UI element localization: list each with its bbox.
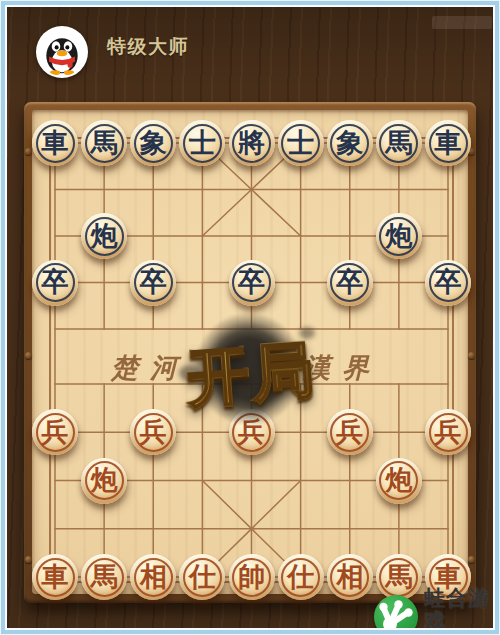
piece-bC[interactable]: 炮 bbox=[376, 213, 422, 259]
piece-bP[interactable]: 卒 bbox=[130, 260, 176, 306]
piece-rP[interactable]: 兵 bbox=[327, 409, 373, 455]
piece-bP[interactable]: 卒 bbox=[425, 260, 471, 306]
piece-bA[interactable]: 士 bbox=[278, 120, 324, 166]
frame-rivet bbox=[25, 556, 32, 563]
piece-rB[interactable]: 相 bbox=[327, 554, 373, 600]
site-logo: 蛙合游戏 cdwahe.com bbox=[374, 587, 500, 635]
piece-bB[interactable]: 象 bbox=[130, 120, 176, 166]
piece-bR[interactable]: 車 bbox=[32, 120, 78, 166]
frame-rivet bbox=[25, 148, 32, 155]
piece-bP[interactable]: 卒 bbox=[327, 260, 373, 306]
frame-rivet bbox=[468, 352, 475, 359]
xiangqi-board[interactable] bbox=[32, 110, 468, 594]
frame-rivet bbox=[468, 556, 475, 563]
piece-bN[interactable]: 馬 bbox=[376, 120, 422, 166]
player-rank-label: 特级大师 bbox=[107, 34, 189, 60]
piece-rN[interactable]: 馬 bbox=[81, 554, 127, 600]
piece-bC[interactable]: 炮 bbox=[81, 213, 127, 259]
site-logo-title: 蛙合游戏 bbox=[424, 587, 500, 633]
piece-rP[interactable]: 兵 bbox=[229, 409, 275, 455]
piece-rB[interactable]: 相 bbox=[130, 554, 176, 600]
piece-bK[interactable]: 將 bbox=[229, 120, 275, 166]
piece-bN[interactable]: 馬 bbox=[81, 120, 127, 166]
piece-bR[interactable]: 車 bbox=[425, 120, 471, 166]
frog-paw-icon bbox=[374, 595, 418, 635]
piece-bB[interactable]: 象 bbox=[327, 120, 373, 166]
piece-bP[interactable]: 卒 bbox=[229, 260, 275, 306]
piece-rA[interactable]: 仕 bbox=[278, 554, 324, 600]
frame-rivet bbox=[25, 352, 32, 359]
qq-penguin-icon bbox=[38, 28, 86, 76]
piece-rC[interactable]: 炮 bbox=[81, 458, 127, 504]
piece-rK[interactable]: 帥 bbox=[229, 554, 275, 600]
screenshot-root: 特级大师 楚河 漢界 車馬象士將士象馬車炮炮卒卒卒卒卒兵兵兵兵兵炮炮車馬相仕帥 bbox=[0, 0, 500, 635]
piece-rC[interactable]: 炮 bbox=[376, 458, 422, 504]
piece-rP[interactable]: 兵 bbox=[32, 409, 78, 455]
piece-rR[interactable]: 車 bbox=[32, 554, 78, 600]
player-avatar[interactable] bbox=[36, 26, 88, 78]
piece-bP[interactable]: 卒 bbox=[32, 260, 78, 306]
faded-watermark bbox=[432, 16, 492, 29]
piece-rP[interactable]: 兵 bbox=[425, 409, 471, 455]
